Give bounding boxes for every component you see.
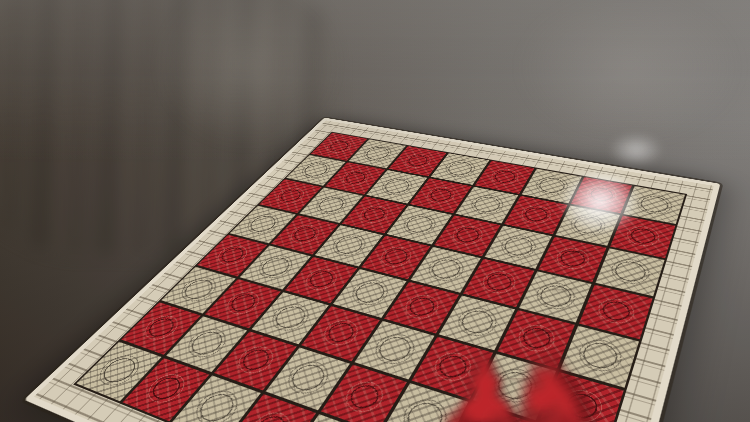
camera-perspective: ♜♞♝♛♚♝♞♜♟♟♟♟♟♟♟♟♟♟♟♟♟♟♟♟♜♞♝♛♚♝♞♜	[0, 0, 750, 422]
board-grid: ♜♞♝♛♚♝♞♜♟♟♟♟♟♟♟♟♟♟♟♟♟♟♟♟♜♞♝♛♚♝♞♜	[76, 133, 685, 422]
white-pawn[interactable]: ♟	[124, 308, 197, 385]
museum-photo: ♜♞♝♛♚♝♞♜♟♟♟♟♟♟♟♟♟♟♟♟♟♟♟♟♜♞♝♛♚♝♞♜	[0, 0, 750, 422]
chess-board: ♜♞♝♛♚♝♞♜♟♟♟♟♟♟♟♟♟♟♟♟♟♟♟♟♜♞♝♛♚♝♞♜	[24, 118, 720, 422]
square-f4[interactable]	[301, 306, 380, 361]
square-e4[interactable]	[333, 269, 407, 318]
board-frame: ♜♞♝♛♚♝♞♜♟♟♟♟♟♟♟♟♟♟♟♟♟♟♟♟♜♞♝♛♚♝♞♜	[24, 118, 720, 422]
red-rook[interactable]: ♜	[475, 407, 588, 422]
